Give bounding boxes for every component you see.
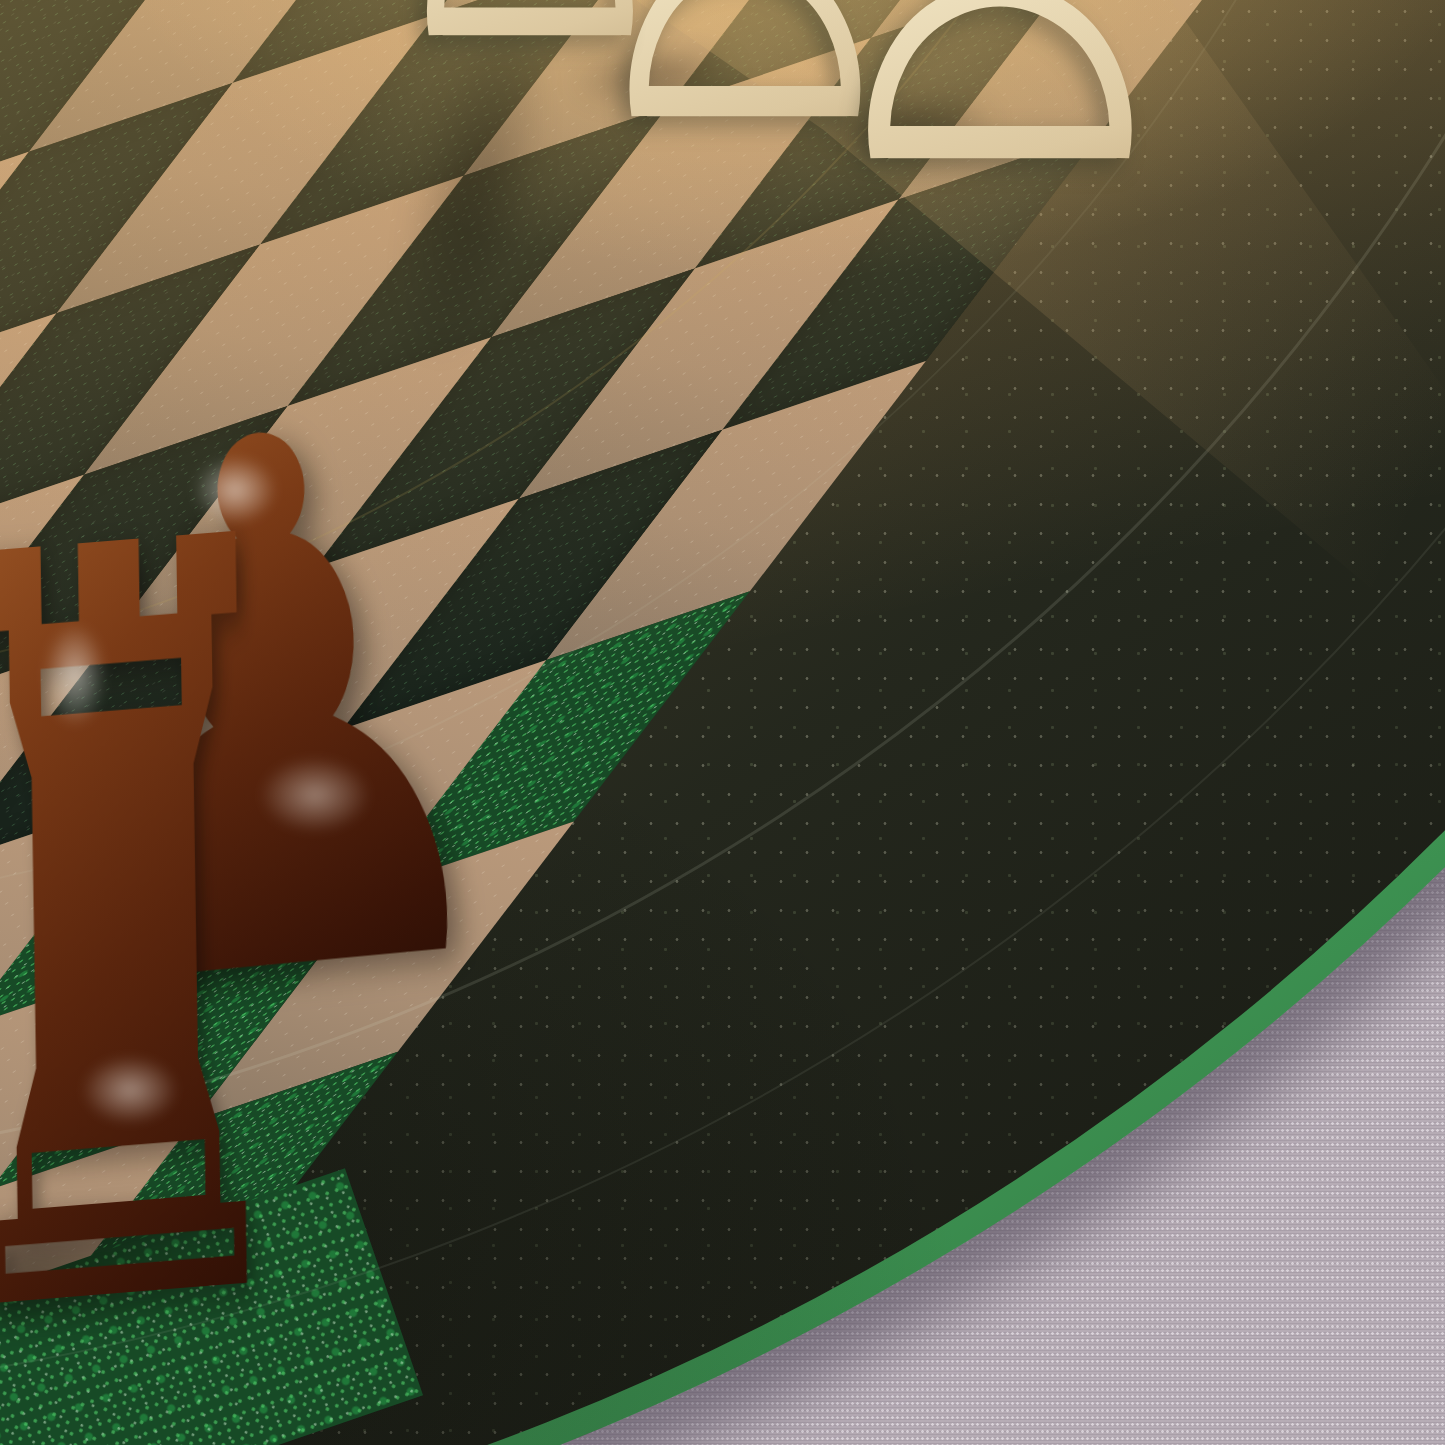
black-rook-glyph: ♜ [0,403,348,1445]
white-pawn-c-glyph: ♙ [358,0,702,101]
pieces-layer: ♟♙♙♙♟♜ [0,0,1445,1445]
black-rook[interactable]: ♜ [0,445,620,1445]
white-pawn-c[interactable]: ♙ [315,0,745,101]
white-pawn-b[interactable]: ♙ [750,0,1250,235]
white-pawn-b-glyph: ♙ [780,0,1220,235]
photo-scene: ♟♙♙♙♟♜ [0,0,1445,1445]
